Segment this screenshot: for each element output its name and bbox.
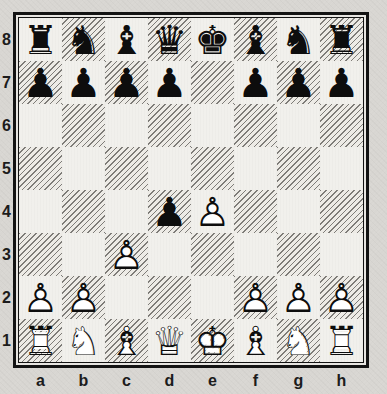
square-d7: ♟ [148,61,191,104]
square-g2: ♟♙ [277,276,320,319]
piece-white-queen: ♕ [148,319,191,362]
file-label-h: h [320,369,363,393]
square-b4 [62,190,105,233]
piece-black-pawn: ♟ [105,61,148,104]
piece-white-rook: ♖ [19,319,62,362]
square-c7: ♟ [105,61,148,104]
square-d1: ♛♕ [148,319,191,362]
file-label-e: e [191,369,234,393]
square-h1: ♜♖ [320,319,363,362]
square-g3 [277,233,320,276]
piece-white-knight-fill: ♞ [62,319,105,362]
piece-white-pawn: ♙ [62,276,105,319]
file-label-g: g [277,369,320,393]
piece-black-knight: ♞ [277,18,320,61]
square-a6 [19,104,62,147]
square-e1: ♚♔ [191,319,234,362]
square-e5 [191,147,234,190]
square-b8: ♞ [62,18,105,61]
piece-black-rook: ♜ [320,18,363,61]
piece-white-pawn: ♙ [277,276,320,319]
piece-white-pawn-fill: ♟ [277,276,320,319]
piece-white-rook-fill: ♜ [320,319,363,362]
square-f4 [234,190,277,233]
rank-labels: 87654321 [0,18,13,362]
square-a4 [19,190,62,233]
piece-black-pawn: ♟ [234,61,277,104]
square-d3 [148,233,191,276]
rank-label-4: 4 [0,190,13,233]
piece-white-rook-fill: ♜ [19,319,62,362]
square-f5 [234,147,277,190]
square-g1: ♞♘ [277,319,320,362]
piece-white-knight-fill: ♞ [277,319,320,362]
file-label-d: d [148,369,191,393]
square-c5 [105,147,148,190]
piece-white-king-fill: ♚ [191,319,234,362]
piece-black-knight: ♞ [62,18,105,61]
square-h5 [320,147,363,190]
square-b2: ♟♙ [62,276,105,319]
piece-white-rook: ♖ [320,319,363,362]
file-label-a: a [19,369,62,393]
square-c3: ♟♙ [105,233,148,276]
piece-white-pawn: ♙ [320,276,363,319]
square-c8: ♝ [105,18,148,61]
piece-black-bishop: ♝ [234,18,277,61]
square-f6 [234,104,277,147]
square-d4: ♟ [148,190,191,233]
piece-white-king: ♔ [191,319,234,362]
piece-white-bishop: ♗ [105,319,148,362]
square-h3 [320,233,363,276]
piece-white-knight: ♘ [62,319,105,362]
board-inner-border: ♜♞♝♛♚♝♞♜♟♟♟♟♟♟♟♟♟♙♟♙♟♙♟♙♟♙♟♙♟♙♜♖♞♘♝♗♛♕♚♔… [18,17,364,363]
square-e7 [191,61,234,104]
piece-white-pawn-fill: ♟ [191,190,234,233]
piece-black-pawn: ♟ [320,61,363,104]
square-f7: ♟ [234,61,277,104]
rank-label-7: 7 [0,61,13,104]
piece-black-queen: ♛ [148,18,191,61]
piece-white-pawn-fill: ♟ [320,276,363,319]
square-d5 [148,147,191,190]
piece-black-bishop: ♝ [105,18,148,61]
square-e3 [191,233,234,276]
square-e4: ♟♙ [191,190,234,233]
chess-board-diagram: 87654321 ♜♞♝♛♚♝♞♜♟♟♟♟♟♟♟♟♟♙♟♙♟♙♟♙♟♙♟♙♟♙♜… [0,0,387,394]
rank-label-2: 2 [0,276,13,319]
file-label-c: c [105,369,148,393]
square-f3 [234,233,277,276]
square-e8: ♚ [191,18,234,61]
piece-white-pawn: ♙ [234,276,277,319]
square-c6 [105,104,148,147]
square-h8: ♜ [320,18,363,61]
square-a8: ♜ [19,18,62,61]
piece-white-knight: ♘ [277,319,320,362]
square-b7: ♟ [62,61,105,104]
square-c1: ♝♗ [105,319,148,362]
file-label-b: b [62,369,105,393]
square-h6 [320,104,363,147]
square-g5 [277,147,320,190]
piece-white-pawn-fill: ♟ [19,276,62,319]
rank-label-6: 6 [0,104,13,147]
piece-white-pawn: ♙ [191,190,234,233]
piece-white-pawn-fill: ♟ [62,276,105,319]
square-g6 [277,104,320,147]
piece-black-pawn: ♟ [19,61,62,104]
square-d6 [148,104,191,147]
board-squares: ♜♞♝♛♚♝♞♜♟♟♟♟♟♟♟♟♟♙♟♙♟♙♟♙♟♙♟♙♟♙♜♖♞♘♝♗♛♕♚♔… [19,18,363,362]
square-f8: ♝ [234,18,277,61]
piece-black-king: ♚ [191,18,234,61]
square-h7: ♟ [320,61,363,104]
file-label-f: f [234,369,277,393]
square-f2: ♟♙ [234,276,277,319]
square-a2: ♟♙ [19,276,62,319]
piece-white-bishop: ♗ [234,319,277,362]
square-a1: ♜♖ [19,319,62,362]
square-g8: ♞ [277,18,320,61]
rank-label-8: 8 [0,18,13,61]
piece-white-queen-fill: ♛ [148,319,191,362]
rank-label-5: 5 [0,147,13,190]
square-g7: ♟ [277,61,320,104]
square-a5 [19,147,62,190]
square-a7: ♟ [19,61,62,104]
piece-black-pawn: ♟ [277,61,320,104]
square-b1: ♞♘ [62,319,105,362]
square-h2: ♟♙ [320,276,363,319]
square-e2 [191,276,234,319]
square-h4 [320,190,363,233]
square-d8: ♛ [148,18,191,61]
square-f1: ♝♗ [234,319,277,362]
piece-white-bishop-fill: ♝ [234,319,277,362]
file-labels: abcdefgh [19,369,363,393]
square-d2 [148,276,191,319]
piece-white-bishop-fill: ♝ [105,319,148,362]
piece-white-pawn: ♙ [19,276,62,319]
square-b6 [62,104,105,147]
piece-black-pawn: ♟ [148,190,191,233]
square-e6 [191,104,234,147]
square-b5 [62,147,105,190]
piece-white-pawn: ♙ [105,233,148,276]
piece-white-pawn-fill: ♟ [105,233,148,276]
rank-label-1: 1 [0,319,13,362]
square-c2 [105,276,148,319]
piece-black-pawn: ♟ [62,61,105,104]
square-c4 [105,190,148,233]
rank-label-3: 3 [0,233,13,276]
piece-white-pawn-fill: ♟ [234,276,277,319]
board-frame: ♜♞♝♛♚♝♞♜♟♟♟♟♟♟♟♟♟♙♟♙♟♙♟♙♟♙♟♙♟♙♜♖♞♘♝♗♛♕♚♔… [13,12,369,368]
square-a3 [19,233,62,276]
square-g4 [277,190,320,233]
square-b3 [62,233,105,276]
piece-black-rook: ♜ [19,18,62,61]
piece-black-pawn: ♟ [148,61,191,104]
